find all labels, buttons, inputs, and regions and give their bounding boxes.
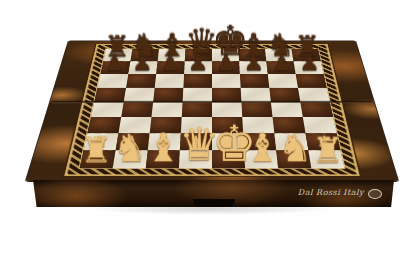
piece-black-pawn: ♟ <box>184 51 212 74</box>
square-h6 <box>296 74 327 88</box>
piece-white-queen: ♛ <box>179 122 212 167</box>
chess-board: ♜♞♝♛♚♝♞♜♟♟♟♟♟♟♟♟♟♟♟♟♟♟♟♟♜♞♝♛♚♝♞♜ <box>26 41 398 181</box>
square-g7: ♟ <box>266 61 295 74</box>
board-front-edge: Dal Rossi Italy <box>33 180 394 207</box>
square-f7: ♟ <box>239 61 268 74</box>
square-c6 <box>155 74 184 88</box>
square-e6 <box>212 74 241 88</box>
piece-white-bishop: ♝ <box>146 128 179 167</box>
square-b7: ♟ <box>128 61 157 74</box>
square-b4 <box>121 102 153 117</box>
piece-black-pawn: ♟ <box>101 51 129 74</box>
piece-white-rook: ♜ <box>80 132 113 167</box>
square-h7: ♟ <box>294 61 324 74</box>
perspective-wrapper: ♜♞♝♛♚♝♞♜♟♟♟♟♟♟♟♟♟♟♟♟♟♟♟♟♜♞♝♛♚♝♞♜ <box>0 0 416 277</box>
square-h1: ♜ <box>308 150 344 168</box>
brand-script: Dal Rossi Italy <box>298 188 364 197</box>
square-a7: ♟ <box>100 61 130 74</box>
board-grid: ♜♞♝♛♚♝♞♜♟♟♟♟♟♟♟♟♟♟♟♟♟♟♟♟♜♞♝♛♚♝♞♜ <box>80 49 345 168</box>
square-a1: ♜ <box>80 150 116 168</box>
square-d4 <box>182 102 212 117</box>
square-e1: ♚ <box>212 150 245 168</box>
square-g1: ♞ <box>276 150 311 168</box>
brand-badge-icon <box>368 189 382 199</box>
square-b1: ♞ <box>113 150 148 168</box>
piece-black-pawn: ♟ <box>240 51 268 74</box>
square-b6 <box>126 74 156 88</box>
piece-black-pawn: ♟ <box>128 51 156 74</box>
piece-white-king: ♚ <box>212 118 245 168</box>
square-c4 <box>151 102 182 117</box>
clasp-notch <box>193 199 235 207</box>
piece-white-knight: ♞ <box>278 129 311 167</box>
piece-black-pawn: ♟ <box>156 51 184 74</box>
piece-white-rook: ♜ <box>311 132 344 167</box>
product-photo-scene: ♜♞♝♛♚♝♞♜♟♟♟♟♟♟♟♟♟♟♟♟♟♟♟♟♜♞♝♛♚♝♞♜ Dal Ros… <box>0 0 416 277</box>
piece-white-knight: ♞ <box>113 129 146 167</box>
square-a6 <box>97 74 128 88</box>
square-e7: ♟ <box>212 61 240 74</box>
square-f6 <box>240 74 269 88</box>
square-g6 <box>268 74 298 88</box>
square-c7: ♟ <box>156 61 185 74</box>
square-f1: ♝ <box>244 150 278 168</box>
piece-black-pawn: ♟ <box>212 51 240 74</box>
piece-black-pawn: ♟ <box>268 51 296 74</box>
square-a4 <box>91 102 124 117</box>
square-d7: ♟ <box>184 61 212 74</box>
square-c1: ♝ <box>146 150 180 168</box>
piece-white-bishop: ♝ <box>245 128 278 167</box>
square-d6 <box>183 74 212 88</box>
square-d1: ♛ <box>179 150 212 168</box>
square-g4 <box>271 102 303 117</box>
square-h4 <box>300 102 333 117</box>
piece-black-pawn: ♟ <box>296 51 324 74</box>
